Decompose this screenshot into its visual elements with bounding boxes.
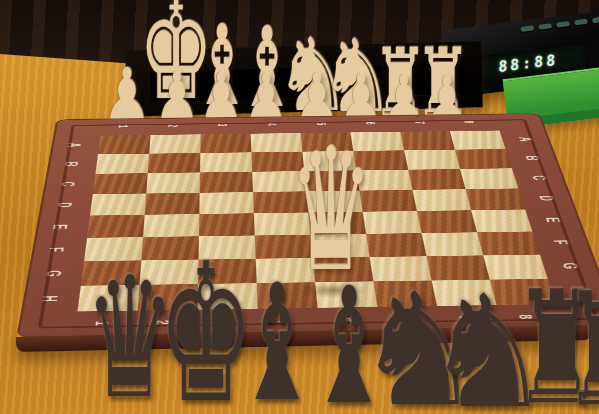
file-label-right-c: C (529, 175, 548, 180)
clock-digits: 88:88 (498, 51, 558, 77)
clock-button (521, 25, 535, 32)
file-label-left-a: A (65, 143, 82, 148)
file-label-left-e: E (50, 224, 69, 229)
square-e8[interactable] (471, 209, 532, 232)
square-b3[interactable] (200, 152, 252, 172)
chess-scene: 88:88 ♚♝♝♞♞♜♜♟♟♟♟♟♟♟♟ AA11BB22CC33DD44EE… (0, 0, 599, 414)
square-b7[interactable] (404, 150, 460, 170)
file-label-right-a: A (516, 137, 534, 142)
square-a3[interactable] (200, 134, 251, 153)
square-d1[interactable] (90, 193, 146, 215)
file-label-left-b: B (61, 162, 79, 167)
square-c2[interactable] (146, 172, 200, 193)
clock-button (592, 17, 599, 24)
square-d2[interactable] (145, 193, 200, 215)
square-a8[interactable] (450, 131, 506, 150)
file-label-left-g: G (43, 270, 63, 277)
square-b2[interactable] (148, 153, 201, 173)
rank-label-far-4: 4 (265, 123, 278, 126)
file-label-right-f: F (550, 240, 570, 245)
square-c3[interactable] (200, 172, 253, 193)
file-label-right-e: E (543, 217, 563, 222)
square-e1[interactable] (87, 215, 145, 238)
square-b8[interactable] (455, 149, 512, 169)
rank-label-far-7: 7 (413, 121, 427, 124)
rank-label-far-8: 8 (462, 121, 476, 124)
file-label-right-d: D (536, 196, 555, 201)
rank-label-far-1: 1 (117, 125, 130, 128)
square-c7[interactable] (408, 169, 465, 190)
square-c1[interactable] (93, 173, 148, 194)
file-label-left-h: H (38, 295, 58, 301)
square-a1[interactable] (98, 135, 151, 154)
rank-label-far-3: 3 (216, 124, 229, 127)
clock-button (556, 21, 570, 28)
file-label-right-b: B (522, 156, 540, 161)
square-d3[interactable] (199, 192, 254, 214)
square-f8[interactable] (477, 232, 540, 256)
square-d7[interactable] (412, 189, 471, 211)
file-label-left-c: C (58, 182, 76, 187)
rank-label-far-2: 2 (166, 124, 179, 127)
clock-button (538, 23, 552, 30)
square-d8[interactable] (465, 188, 525, 210)
black-rook[interactable]: ♜ (562, 272, 599, 414)
file-label-left-d: D (54, 202, 72, 207)
square-a2[interactable] (149, 134, 200, 153)
square-c8[interactable] (460, 168, 518, 189)
square-e7[interactable] (417, 210, 477, 233)
square-b1[interactable] (95, 154, 149, 174)
square-f7[interactable] (422, 232, 484, 256)
square-a7[interactable] (400, 131, 455, 150)
clock-button (574, 19, 588, 26)
file-label-left-f: F (46, 247, 65, 252)
